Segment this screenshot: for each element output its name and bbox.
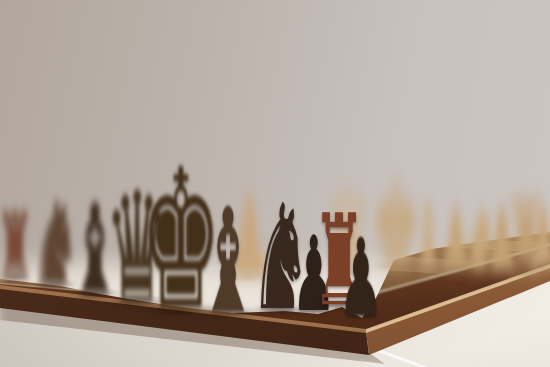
- vignette-overlay: [0, 0, 550, 367]
- chess-photo: ♟♛♚♝♟♞♟♜♟ ♜♞♝♛♚♝♞♟♜♟: [0, 0, 550, 367]
